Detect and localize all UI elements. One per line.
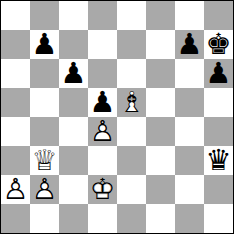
square-h2[interactable] — [204, 175, 233, 204]
square-d7[interactable] — [88, 30, 117, 59]
square-b7[interactable]: ♟ — [30, 30, 59, 59]
white-king: ♔ — [88, 175, 117, 204]
square-c1[interactable] — [59, 204, 88, 233]
white-king-fill: ♚ — [88, 175, 117, 204]
square-c4[interactable] — [59, 117, 88, 146]
square-g8[interactable] — [175, 1, 204, 30]
square-b8[interactable] — [30, 1, 59, 30]
square-c6[interactable]: ♟ — [59, 59, 88, 88]
square-f6[interactable] — [146, 59, 175, 88]
black-pawn: ♟ — [59, 59, 88, 88]
square-f8[interactable] — [146, 1, 175, 30]
square-c2[interactable] — [59, 175, 88, 204]
square-h8[interactable] — [204, 1, 233, 30]
black-king: ♚ — [204, 30, 233, 59]
square-h5[interactable] — [204, 88, 233, 117]
square-f7[interactable] — [146, 30, 175, 59]
square-a4[interactable] — [1, 117, 30, 146]
square-e1[interactable] — [117, 204, 146, 233]
square-b5[interactable] — [30, 88, 59, 117]
square-d5[interactable]: ♟ — [88, 88, 117, 117]
square-e5[interactable]: ♝♗ — [117, 88, 146, 117]
square-h6[interactable]: ♟ — [204, 59, 233, 88]
square-d8[interactable] — [88, 1, 117, 30]
white-pawn-fill: ♟ — [88, 117, 117, 146]
square-b4[interactable] — [30, 117, 59, 146]
square-e4[interactable] — [117, 117, 146, 146]
square-e7[interactable] — [117, 30, 146, 59]
white-bishop-fill: ♝ — [117, 88, 146, 117]
square-h1[interactable] — [204, 204, 233, 233]
square-d1[interactable] — [88, 204, 117, 233]
square-g3[interactable] — [175, 146, 204, 175]
square-c7[interactable] — [59, 30, 88, 59]
square-a2[interactable]: ♟♙ — [1, 175, 30, 204]
square-e3[interactable] — [117, 146, 146, 175]
square-g5[interactable] — [175, 88, 204, 117]
square-a3[interactable] — [1, 146, 30, 175]
square-a1[interactable] — [1, 204, 30, 233]
square-c8[interactable] — [59, 1, 88, 30]
white-pawn-fill: ♟ — [30, 175, 59, 204]
black-pawn: ♟ — [204, 59, 233, 88]
square-g4[interactable] — [175, 117, 204, 146]
square-d3[interactable] — [88, 146, 117, 175]
square-h3[interactable]: ♛ — [204, 146, 233, 175]
square-g2[interactable] — [175, 175, 204, 204]
square-b2[interactable]: ♟♙ — [30, 175, 59, 204]
square-c5[interactable] — [59, 88, 88, 117]
white-pawn: ♙ — [1, 175, 30, 204]
square-e8[interactable] — [117, 1, 146, 30]
square-d6[interactable] — [88, 59, 117, 88]
square-e6[interactable] — [117, 59, 146, 88]
square-f5[interactable] — [146, 88, 175, 117]
square-e2[interactable] — [117, 175, 146, 204]
square-b3[interactable]: ♛♕ — [30, 146, 59, 175]
square-f4[interactable] — [146, 117, 175, 146]
square-f1[interactable] — [146, 204, 175, 233]
square-g7[interactable]: ♟ — [175, 30, 204, 59]
square-b1[interactable] — [30, 204, 59, 233]
square-a6[interactable] — [1, 59, 30, 88]
chess-board: ♟♟♚♟♟♟♝♗♟♙♛♕♛♟♙♟♙♚♔ — [0, 0, 234, 234]
white-bishop: ♗ — [117, 88, 146, 117]
square-a5[interactable] — [1, 88, 30, 117]
square-a7[interactable] — [1, 30, 30, 59]
square-h4[interactable] — [204, 117, 233, 146]
square-a8[interactable] — [1, 1, 30, 30]
square-f3[interactable] — [146, 146, 175, 175]
square-d4[interactable]: ♟♙ — [88, 117, 117, 146]
square-c3[interactable] — [59, 146, 88, 175]
black-pawn: ♟ — [175, 30, 204, 59]
white-pawn: ♙ — [30, 175, 59, 204]
square-g6[interactable] — [175, 59, 204, 88]
white-queen-fill: ♛ — [30, 146, 59, 175]
black-pawn: ♟ — [88, 88, 117, 117]
white-pawn-fill: ♟ — [1, 175, 30, 204]
black-pawn: ♟ — [30, 30, 59, 59]
square-g1[interactable] — [175, 204, 204, 233]
white-pawn: ♙ — [88, 117, 117, 146]
square-b6[interactable] — [30, 59, 59, 88]
black-queen: ♛ — [204, 146, 233, 175]
square-d2[interactable]: ♚♔ — [88, 175, 117, 204]
white-queen: ♕ — [30, 146, 59, 175]
square-h7[interactable]: ♚ — [204, 30, 233, 59]
square-f2[interactable] — [146, 175, 175, 204]
